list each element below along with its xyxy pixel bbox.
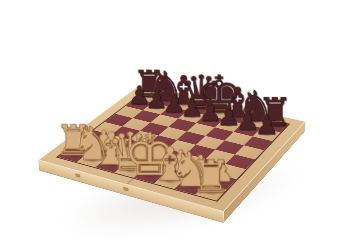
product-photo: ♜︎♞︎♝︎♛︎♚︎♝︎♞︎♜︎♟︎♟︎♟︎♟︎♟︎♟︎♟︎♟︎♟︎♟︎♟︎♟︎… bbox=[0, 0, 350, 245]
scene: ♜︎♞︎♝︎♛︎♚︎♝︎♞︎♜︎♟︎♟︎♟︎♟︎♟︎♟︎♟︎♟︎♟︎♟︎♟︎♟︎… bbox=[0, 0, 350, 245]
chess-board: ♜︎♞︎♝︎♛︎♚︎♝︎♞︎♜︎♟︎♟︎♟︎♟︎♟︎♟︎♟︎♟︎♟︎♟︎♟︎♟︎… bbox=[38, 84, 305, 211]
pawn-glyph: ♟︎ bbox=[255, 111, 279, 138]
clasp-icon bbox=[123, 187, 128, 192]
hinge-icon bbox=[76, 173, 81, 177]
pieces-layer: ♜︎♞︎♝︎♛︎♚︎♝︎♞︎♜︎♟︎♟︎♟︎♟︎♟︎♟︎♟︎♟︎♟︎♟︎♟︎♟︎… bbox=[38, 84, 305, 211]
rook-glyph: ♜︎ bbox=[191, 153, 231, 198]
